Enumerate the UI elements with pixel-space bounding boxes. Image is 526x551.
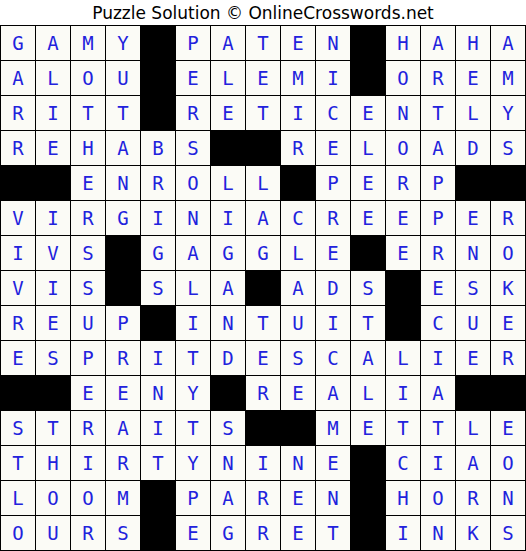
cell-r15c12: I [386,516,420,550]
cell-r10c14: E [456,341,490,375]
cell-r11c8: R [246,376,280,410]
cell-r7c10: E [316,236,350,270]
puzzle-solution-page: Puzzle Solution © OnlineCrosswords.net G… [0,0,526,551]
cell-r9c8: T [246,306,280,340]
cell-r14c13: O [421,481,455,515]
cell-r14c9: E [281,481,315,515]
cell-r11c9: E [281,376,315,410]
cell-r12c1: S [1,411,35,445]
cell-r4c3: H [71,131,105,165]
cell-r15c13: N [421,516,455,550]
cell-r10c13: I [421,341,455,375]
cell-r14c2: O [36,481,70,515]
page-title: Puzzle Solution © OnlineCrosswords.net [0,0,526,25]
cell-r14c14: R [456,481,490,515]
cell-r15c6: E [176,516,210,550]
cell-r10c6: T [176,341,210,375]
cell-r14c10: N [316,481,350,515]
cell-r7c2: V [36,236,70,270]
cell-r7c12: E [386,236,420,270]
cell-r15c15: S [491,516,525,550]
black-cell-r9c5 [141,306,175,340]
cell-r13c2: H [36,446,70,480]
cell-r10c11: A [351,341,385,375]
cell-r1c2: A [36,26,70,60]
cell-r13c8: I [246,446,280,480]
cell-r10c7: D [211,341,245,375]
cell-r6c9: C [281,201,315,235]
cell-r6c8: A [246,201,280,235]
cell-r3c8: T [246,96,280,130]
black-cell-r5c1 [1,166,35,200]
cell-r2c15: M [491,61,525,95]
cell-r15c8: R [246,516,280,550]
cell-r3c6: R [176,96,210,130]
cell-r2c2: L [36,61,70,95]
cell-r2c10: I [316,61,350,95]
cell-r8c15: K [491,271,525,305]
cell-r6c6: N [176,201,210,235]
cell-r6c13: P [421,201,455,235]
cell-r1c10: N [316,26,350,60]
cell-r10c2: S [36,341,70,375]
cell-r13c3: I [71,446,105,480]
cell-r14c4: M [106,481,140,515]
black-cell-r9c12 [386,306,420,340]
cell-r7c1: I [1,236,35,270]
cell-r2c6: E [176,61,210,95]
cell-r12c15: E [491,411,525,445]
black-cell-r13c11 [351,446,385,480]
cell-r5c12: R [386,166,420,200]
black-cell-r4c7 [211,131,245,165]
cell-r9c13: C [421,306,455,340]
cell-r9c4: P [106,306,140,340]
black-cell-r1c11 [351,26,385,60]
cell-r6c5: I [141,201,175,235]
cell-r8c6: L [176,271,210,305]
cell-r3c9: I [281,96,315,130]
black-cell-r2c5 [141,61,175,95]
cell-r3c15: Y [491,96,525,130]
cell-r8c5: S [141,271,175,305]
cell-r9c7: N [211,306,245,340]
cell-r12c4: A [106,411,140,445]
cell-r2c8: E [246,61,280,95]
black-cell-r7c4 [106,236,140,270]
cell-r6c14: E [456,201,490,235]
cell-r8c13: E [421,271,455,305]
cell-r12c11: E [351,411,385,445]
black-cell-r8c8 [246,271,280,305]
cell-r15c1: O [1,516,35,550]
cell-r7c8: G [246,236,280,270]
cell-r1c14: H [456,26,490,60]
cell-r6c7: I [211,201,245,235]
cell-r8c1: V [1,271,35,305]
cell-r5c4: N [106,166,140,200]
cell-r4c14: D [456,131,490,165]
cell-r8c11: S [351,271,385,305]
cell-r9c2: E [36,306,70,340]
cell-r6c11: E [351,201,385,235]
cell-r13c10: E [316,446,350,480]
cell-r5c13: P [421,166,455,200]
cell-r8c2: I [36,271,70,305]
cell-r9c15: E [491,306,525,340]
cell-r4c9: R [281,131,315,165]
cell-r11c11: L [351,376,385,410]
cell-r9c3: U [71,306,105,340]
black-cell-r15c5 [141,516,175,550]
cell-r12c5: I [141,411,175,445]
cell-r1c13: A [421,26,455,60]
black-cell-r11c1 [1,376,35,410]
cell-r12c14: L [456,411,490,445]
cell-r4c15: S [491,131,525,165]
black-cell-r4c8 [246,131,280,165]
cell-r12c3: R [71,411,105,445]
cell-r9c9: U [281,306,315,340]
cell-r2c1: A [1,61,35,95]
cell-r9c11: T [351,306,385,340]
black-cell-r5c14 [456,166,490,200]
cell-r5c5: R [141,166,175,200]
cell-r7c3: S [71,236,105,270]
cell-r15c7: G [211,516,245,550]
black-cell-r12c8 [246,411,280,445]
cell-r7c14: N [456,236,490,270]
cell-r10c5: I [141,341,175,375]
cell-r3c13: T [421,96,455,130]
black-cell-r2c11 [351,61,385,95]
cell-r5c6: O [176,166,210,200]
cell-r6c15: R [491,201,525,235]
cell-r6c12: E [386,201,420,235]
cell-r7c6: A [176,236,210,270]
cell-r13c15: O [491,446,525,480]
cell-r6c3: R [71,201,105,235]
cell-r4c11: L [351,131,385,165]
black-cell-r15c11 [351,516,385,550]
cell-r13c1: T [1,446,35,480]
cell-r14c3: O [71,481,105,515]
cell-r5c3: E [71,166,105,200]
cell-r1c15: A [491,26,525,60]
cell-r13c14: A [456,446,490,480]
black-cell-r11c7 [211,376,245,410]
black-cell-r14c11 [351,481,385,515]
cell-r12c6: T [176,411,210,445]
cell-r14c6: P [176,481,210,515]
black-cell-r7c11 [351,236,385,270]
cell-r2c14: E [456,61,490,95]
cell-r10c4: R [106,341,140,375]
cell-r14c12: H [386,481,420,515]
cell-r1c6: P [176,26,210,60]
cell-r7c9: L [281,236,315,270]
cell-r15c2: U [36,516,70,550]
cell-r4c2: E [36,131,70,165]
cell-r5c11: E [351,166,385,200]
cell-r1c4: Y [106,26,140,60]
cell-r11c3: E [71,376,105,410]
cell-r13c7: N [211,446,245,480]
cell-r11c13: A [421,376,455,410]
cell-r5c10: P [316,166,350,200]
cell-r9c14: U [456,306,490,340]
cell-r13c6: Y [176,446,210,480]
cell-r15c9: E [281,516,315,550]
cell-r13c4: R [106,446,140,480]
cell-r10c10: C [316,341,350,375]
cell-r5c7: L [211,166,245,200]
cell-r7c5: G [141,236,175,270]
cell-r7c13: R [421,236,455,270]
cell-r10c9: S [281,341,315,375]
crossword-grid: GAMYPATENHAHAALOUELEMIOREMRITTRETICENTLY… [0,25,526,551]
cell-r11c12: I [386,376,420,410]
cell-r1c12: H [386,26,420,60]
cell-r12c2: T [36,411,70,445]
cell-r3c2: I [36,96,70,130]
cell-r7c15: O [491,236,525,270]
cell-r3c12: N [386,96,420,130]
cell-r10c3: P [71,341,105,375]
cell-r4c4: A [106,131,140,165]
cell-r6c1: V [1,201,35,235]
cell-r12c12: T [386,411,420,445]
black-cell-r12c9 [281,411,315,445]
cell-r8c3: S [71,271,105,305]
cell-r13c12: C [386,446,420,480]
cell-r11c5: N [141,376,175,410]
cell-r4c12: O [386,131,420,165]
cell-r7c7: G [211,236,245,270]
cell-r15c4: S [106,516,140,550]
black-cell-r5c9 [281,166,315,200]
cell-r12c13: T [421,411,455,445]
cell-r6c4: G [106,201,140,235]
black-cell-r11c14 [456,376,490,410]
cell-r9c6: I [176,306,210,340]
cell-r2c13: R [421,61,455,95]
cell-r10c8: E [246,341,280,375]
black-cell-r11c2 [36,376,70,410]
cell-r1c9: E [281,26,315,60]
cell-r13c13: I [421,446,455,480]
cell-r2c9: M [281,61,315,95]
cell-r2c12: O [386,61,420,95]
cell-r9c1: R [1,306,35,340]
cell-r10c15: R [491,341,525,375]
cell-r3c1: R [1,96,35,130]
cell-r2c7: L [211,61,245,95]
cell-r4c5: B [141,131,175,165]
cell-r15c3: R [71,516,105,550]
cell-r14c8: R [246,481,280,515]
cell-r14c1: L [1,481,35,515]
cell-r15c10: T [316,516,350,550]
cell-r12c7: S [211,411,245,445]
cell-r1c7: A [211,26,245,60]
cell-r11c6: Y [176,376,210,410]
cell-r10c12: L [386,341,420,375]
cell-r12c10: M [316,411,350,445]
cell-r6c10: R [316,201,350,235]
cell-r3c14: L [456,96,490,130]
cell-r6c2: I [36,201,70,235]
black-cell-r5c15 [491,166,525,200]
black-cell-r3c5 [141,96,175,130]
cell-r11c4: E [106,376,140,410]
cell-r9c10: I [316,306,350,340]
cell-r8c9: A [281,271,315,305]
cell-r1c8: T [246,26,280,60]
cell-r3c7: E [211,96,245,130]
cell-r3c3: T [71,96,105,130]
cell-r1c3: M [71,26,105,60]
black-cell-r14c5 [141,481,175,515]
cell-r1c1: G [1,26,35,60]
cell-r2c3: O [71,61,105,95]
cell-r2c4: U [106,61,140,95]
cell-r8c14: S [456,271,490,305]
cell-r8c7: A [211,271,245,305]
cell-r4c6: S [176,131,210,165]
cell-r11c10: A [316,376,350,410]
cell-r4c1: R [1,131,35,165]
cell-r3c10: C [316,96,350,130]
cell-r4c13: A [421,131,455,165]
cell-r3c4: T [106,96,140,130]
cell-r13c9: N [281,446,315,480]
cell-r5c8: L [246,166,280,200]
cell-r13c5: T [141,446,175,480]
cell-r3c11: E [351,96,385,130]
cell-r10c1: E [1,341,35,375]
black-cell-r1c5 [141,26,175,60]
black-cell-r8c4 [106,271,140,305]
black-cell-r8c12 [386,271,420,305]
cell-r4c10: E [316,131,350,165]
cell-r14c7: A [211,481,245,515]
cell-r8c10: D [316,271,350,305]
black-cell-r5c2 [36,166,70,200]
cell-r14c15: N [491,481,525,515]
cell-r15c14: K [456,516,490,550]
black-cell-r11c15 [491,376,525,410]
